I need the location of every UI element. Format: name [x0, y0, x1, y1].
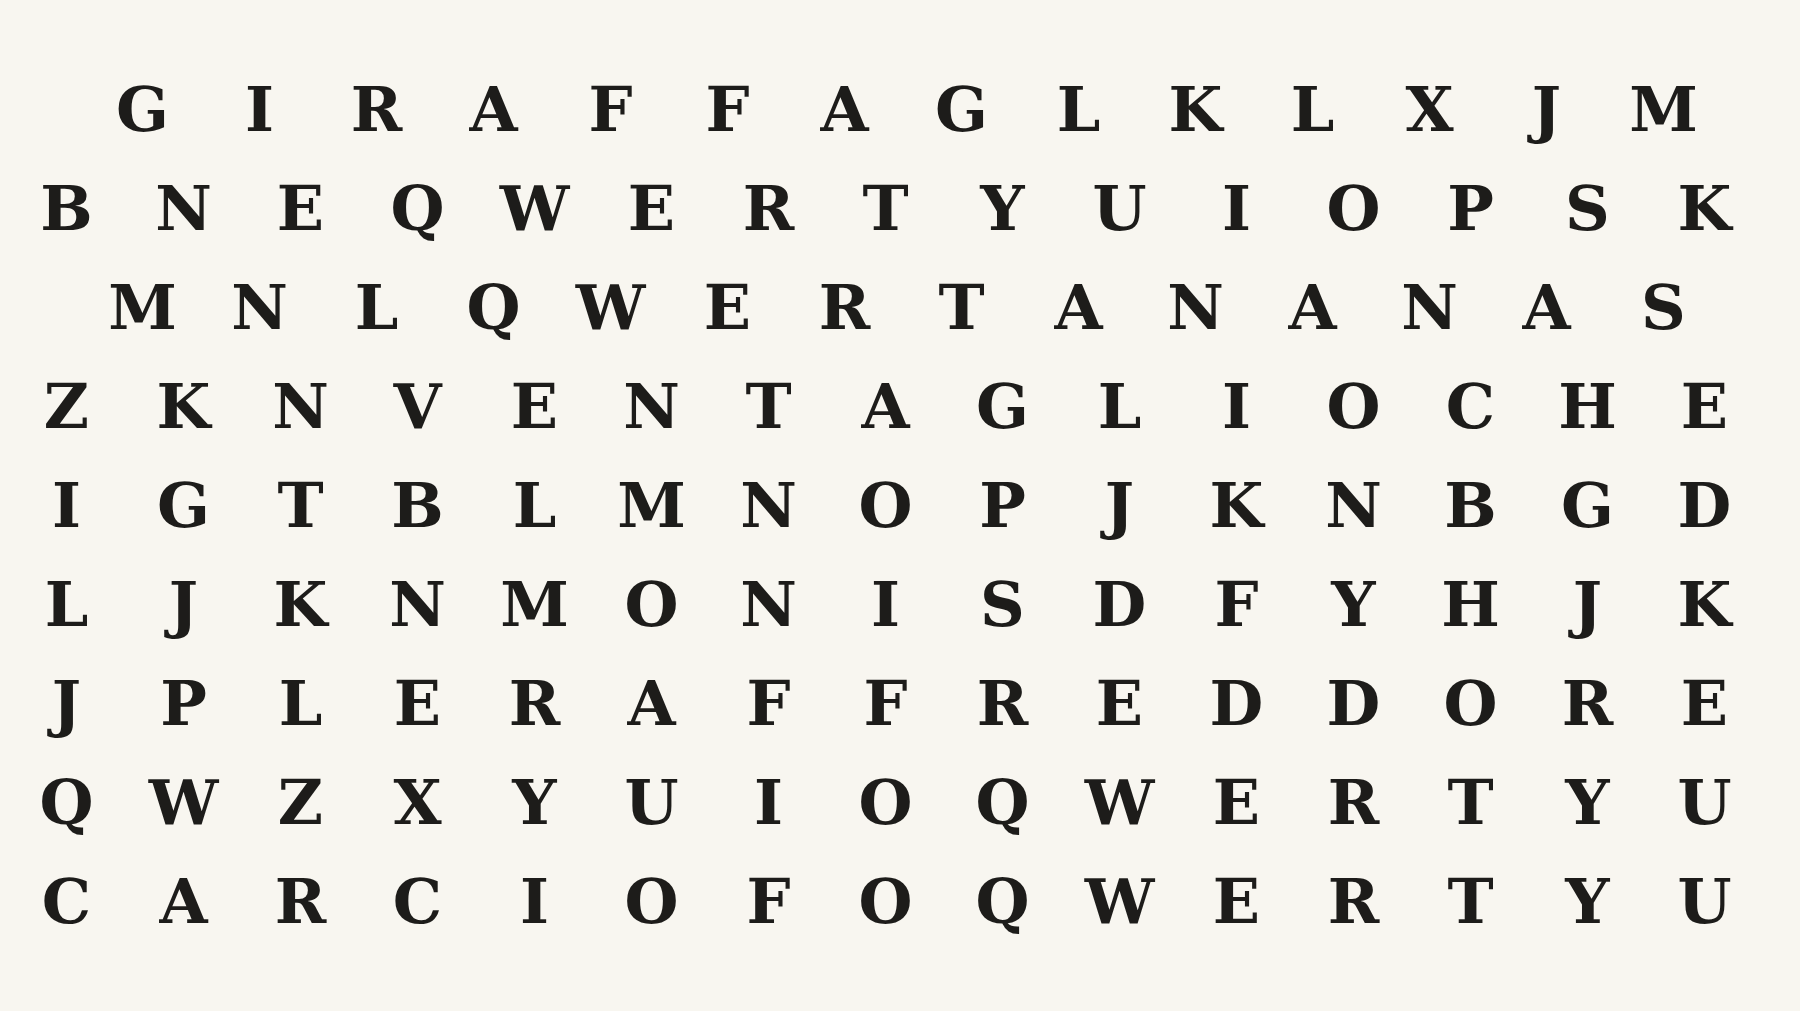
- grid-cell[interactable]: Z: [8, 357, 125, 456]
- grid-cell[interactable]: O: [593, 555, 710, 654]
- grid-row: ZKNVENTAGLIOCHE: [0, 357, 1800, 456]
- grid-cell[interactable]: A: [1488, 258, 1605, 357]
- grid-cell[interactable]: T: [827, 159, 944, 258]
- grid-cell[interactable]: N: [359, 555, 476, 654]
- grid-cell[interactable]: Q: [944, 852, 1061, 951]
- grid-cell[interactable]: D: [1178, 654, 1295, 753]
- grid-cell[interactable]: J: [125, 555, 242, 654]
- grid-cell[interactable]: T: [1412, 852, 1529, 951]
- grid-cell[interactable]: L: [1061, 357, 1178, 456]
- grid-cell[interactable]: P: [1412, 159, 1529, 258]
- grid-cell[interactable]: N: [593, 357, 710, 456]
- grid-cell[interactable]: F: [710, 852, 827, 951]
- grid-row: BNEQWERTYUIOPSK: [0, 159, 1800, 258]
- grid-cell[interactable]: I: [1178, 357, 1295, 456]
- grid-cell[interactable]: E: [669, 258, 786, 357]
- grid-cell[interactable]: E: [593, 159, 710, 258]
- grid-cell[interactable]: D: [1061, 555, 1178, 654]
- grid-cell[interactable]: W: [476, 159, 593, 258]
- grid-cell[interactable]: F: [827, 654, 944, 753]
- grid-cell[interactable]: E: [242, 159, 359, 258]
- grid-cell[interactable]: Q: [8, 753, 125, 852]
- grid-cell[interactable]: G: [944, 357, 1061, 456]
- grid-cell[interactable]: R: [710, 159, 827, 258]
- grid-cell[interactable]: O: [827, 852, 944, 951]
- grid-cell[interactable]: E: [1646, 357, 1763, 456]
- grid-cell[interactable]: A: [1020, 258, 1137, 357]
- grid-cell[interactable]: E: [476, 357, 593, 456]
- grid-cell[interactable]: U: [1061, 159, 1178, 258]
- grid-cell[interactable]: B: [8, 159, 125, 258]
- grid-cell[interactable]: K: [125, 357, 242, 456]
- grid-cell[interactable]: R: [1295, 852, 1412, 951]
- grid-cell[interactable]: T: [710, 357, 827, 456]
- grid-cell[interactable]: I: [201, 60, 318, 159]
- grid-cell[interactable]: F: [1178, 555, 1295, 654]
- grid-cell[interactable]: A: [827, 357, 944, 456]
- grid-cell[interactable]: Q: [359, 159, 476, 258]
- grid-cell[interactable]: I: [476, 852, 593, 951]
- grid-cell[interactable]: N: [1371, 258, 1488, 357]
- grid-cell[interactable]: A: [1254, 258, 1371, 357]
- grid-cell[interactable]: Y: [1529, 753, 1646, 852]
- grid-cell[interactable]: F: [669, 60, 786, 159]
- grid-cell[interactable]: C: [359, 852, 476, 951]
- grid-cell[interactable]: L: [8, 555, 125, 654]
- grid-cell[interactable]: R: [1295, 753, 1412, 852]
- grid-cell[interactable]: R: [242, 852, 359, 951]
- grid-cell[interactable]: K: [1178, 456, 1295, 555]
- grid-cell[interactable]: C: [8, 852, 125, 951]
- grid-cell[interactable]: L: [318, 258, 435, 357]
- grid-cell[interactable]: F: [552, 60, 669, 159]
- grid-cell[interactable]: X: [1371, 60, 1488, 159]
- grid-cell[interactable]: K: [1646, 555, 1763, 654]
- grid-cell[interactable]: N: [1295, 456, 1412, 555]
- grid-cell[interactable]: Q: [435, 258, 552, 357]
- grid-cell[interactable]: S: [1605, 258, 1722, 357]
- grid-cell[interactable]: T: [903, 258, 1020, 357]
- grid-cell[interactable]: Y: [476, 753, 593, 852]
- grid-cell[interactable]: R: [318, 60, 435, 159]
- grid-cell[interactable]: D: [1295, 654, 1412, 753]
- grid-cell[interactable]: G: [1529, 456, 1646, 555]
- grid-cell[interactable]: M: [476, 555, 593, 654]
- grid-cell[interactable]: W: [125, 753, 242, 852]
- grid-cell[interactable]: E: [1646, 654, 1763, 753]
- grid-cell[interactable]: J: [1488, 60, 1605, 159]
- grid-cell[interactable]: R: [786, 258, 903, 357]
- grid-cell[interactable]: L: [1254, 60, 1371, 159]
- grid-cell[interactable]: N: [710, 555, 827, 654]
- grid-cell[interactable]: W: [1061, 753, 1178, 852]
- grid-cell[interactable]: V: [359, 357, 476, 456]
- grid-cell[interactable]: T: [1412, 753, 1529, 852]
- grid-cell[interactable]: J: [1061, 456, 1178, 555]
- grid-cell[interactable]: M: [1605, 60, 1722, 159]
- grid-cell[interactable]: R: [476, 654, 593, 753]
- grid-cell[interactable]: Y: [1295, 555, 1412, 654]
- grid-cell[interactable]: S: [944, 555, 1061, 654]
- grid-cell[interactable]: I: [8, 456, 125, 555]
- grid-cell[interactable]: U: [593, 753, 710, 852]
- grid-cell[interactable]: U: [1646, 852, 1763, 951]
- grid-cell[interactable]: I: [1178, 159, 1295, 258]
- grid-cell[interactable]: I: [710, 753, 827, 852]
- grid-cell[interactable]: W: [552, 258, 669, 357]
- grid-cell[interactable]: H: [1529, 357, 1646, 456]
- grid-cell[interactable]: X: [359, 753, 476, 852]
- grid-cell[interactable]: I: [827, 555, 944, 654]
- grid-cell[interactable]: J: [8, 654, 125, 753]
- grid-cell[interactable]: A: [593, 654, 710, 753]
- grid-cell[interactable]: R: [1529, 654, 1646, 753]
- grid-cell[interactable]: E: [359, 654, 476, 753]
- grid-cell[interactable]: G: [84, 60, 201, 159]
- grid-cell[interactable]: N: [125, 159, 242, 258]
- grid-cell[interactable]: B: [1412, 456, 1529, 555]
- grid-cell[interactable]: O: [1295, 159, 1412, 258]
- grid-cell[interactable]: A: [435, 60, 552, 159]
- grid-row: GIRAFFAGLKLXJM: [0, 60, 1800, 159]
- grid-row: JPLERAFFREDDORE: [0, 654, 1800, 753]
- grid-cell[interactable]: J: [1529, 555, 1646, 654]
- grid-cell[interactable]: K: [1646, 159, 1763, 258]
- grid-cell[interactable]: Q: [944, 753, 1061, 852]
- grid-cell[interactable]: O: [1412, 654, 1529, 753]
- grid-cell[interactable]: U: [1646, 753, 1763, 852]
- grid-cell[interactable]: Z: [242, 753, 359, 852]
- grid-cell[interactable]: A: [125, 852, 242, 951]
- grid-cell[interactable]: E: [1178, 753, 1295, 852]
- grid-cell[interactable]: P: [944, 456, 1061, 555]
- grid-cell[interactable]: E: [1061, 654, 1178, 753]
- grid-row: CARCIOFOQWERTYU: [0, 852, 1800, 951]
- grid-cell[interactable]: L: [476, 456, 593, 555]
- grid-row: QWZXYUIOQWERTYU: [0, 753, 1800, 852]
- grid-cell[interactable]: O: [1295, 357, 1412, 456]
- grid-cell[interactable]: P: [125, 654, 242, 753]
- grid-cell[interactable]: G: [125, 456, 242, 555]
- grid-row: IGTBLMNOPJKNBGD: [0, 456, 1800, 555]
- grid-cell[interactable]: Y: [944, 159, 1061, 258]
- grid-row: MNLQWERTANANAS: [0, 258, 1800, 357]
- grid-cell[interactable]: S: [1529, 159, 1646, 258]
- grid-cell[interactable]: Y: [1529, 852, 1646, 951]
- grid-cell[interactable]: N: [201, 258, 318, 357]
- grid-cell[interactable]: K: [1137, 60, 1254, 159]
- grid-row: LJKNMONISDFYHJK: [0, 555, 1800, 654]
- grid-cell[interactable]: R: [944, 654, 1061, 753]
- grid-cell[interactable]: H: [1412, 555, 1529, 654]
- grid-cell[interactable]: W: [1061, 852, 1178, 951]
- grid-cell[interactable]: N: [1137, 258, 1254, 357]
- grid-cell[interactable]: K: [242, 555, 359, 654]
- grid-cell[interactable]: L: [1020, 60, 1137, 159]
- grid-cell[interactable]: L: [242, 654, 359, 753]
- grid-cell[interactable]: D: [1646, 456, 1763, 555]
- grid-cell[interactable]: B: [359, 456, 476, 555]
- grid-cell[interactable]: C: [1412, 357, 1529, 456]
- grid-cell[interactable]: O: [593, 852, 710, 951]
- grid-cell[interactable]: M: [593, 456, 710, 555]
- grid-cell[interactable]: N: [242, 357, 359, 456]
- grid-cell[interactable]: O: [827, 753, 944, 852]
- grid-cell[interactable]: O: [827, 456, 944, 555]
- grid-cell[interactable]: G: [903, 60, 1020, 159]
- grid-cell[interactable]: F: [710, 654, 827, 753]
- grid-cell[interactable]: A: [786, 60, 903, 159]
- grid-cell[interactable]: N: [710, 456, 827, 555]
- word-search-grid: GIRAFFAGLKLXJMBNEQWERTYUIOPSKMNLQWERTANA…: [0, 60, 1800, 951]
- grid-cell[interactable]: E: [1178, 852, 1295, 951]
- grid-cell[interactable]: T: [242, 456, 359, 555]
- grid-cell[interactable]: M: [84, 258, 201, 357]
